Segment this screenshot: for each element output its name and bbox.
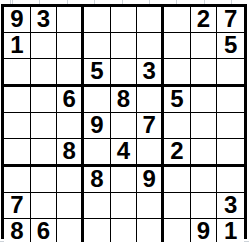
- cell-r2c8[interactable]: [191, 33, 218, 59]
- cell-r6c8[interactable]: [191, 139, 218, 167]
- cell-r5c4[interactable]: 9: [84, 113, 111, 139]
- cell-r5c2[interactable]: [31, 113, 58, 139]
- cell-r6c4[interactable]: [84, 139, 111, 167]
- cell-r9c9[interactable]: 1: [217, 219, 244, 242]
- cell-r3c7[interactable]: [164, 59, 191, 87]
- cell-r1c3[interactable]: [57, 7, 84, 33]
- cell-r3c9[interactable]: [217, 59, 244, 87]
- cell-r2c5[interactable]: [111, 33, 138, 59]
- cell-r2c6[interactable]: [137, 33, 164, 59]
- cell-r1c6[interactable]: [137, 7, 164, 33]
- cell-r6c7[interactable]: 2: [164, 139, 191, 167]
- cell-r2c4[interactable]: [84, 33, 111, 59]
- cell-r5c7[interactable]: [164, 113, 191, 139]
- cell-r5c8[interactable]: [191, 113, 218, 139]
- cell-r4c6[interactable]: [137, 87, 164, 113]
- cell-r9c4[interactable]: [84, 219, 111, 242]
- cell-r9c3[interactable]: [57, 219, 84, 242]
- cell-r4c1[interactable]: [4, 87, 31, 113]
- cell-r5c6[interactable]: 7: [137, 113, 164, 139]
- cell-r4c9[interactable]: [217, 87, 244, 113]
- cell-r5c5[interactable]: [111, 113, 138, 139]
- cell-r7c3[interactable]: [57, 167, 84, 193]
- cell-r6c3[interactable]: 8: [57, 139, 84, 167]
- cell-r8c1[interactable]: 7: [4, 193, 31, 219]
- cell-r8c8[interactable]: [191, 193, 218, 219]
- cell-r3c3[interactable]: [57, 59, 84, 87]
- cell-r1c7[interactable]: [164, 7, 191, 33]
- cell-r7c8[interactable]: [191, 167, 218, 193]
- cell-r3c8[interactable]: [191, 59, 218, 87]
- cell-r4c3[interactable]: 6: [57, 87, 84, 113]
- cell-r3c4[interactable]: 5: [84, 59, 111, 87]
- cell-r7c1[interactable]: [4, 167, 31, 193]
- cell-r6c2[interactable]: [31, 139, 58, 167]
- cell-r6c9[interactable]: [217, 139, 244, 167]
- cell-r7c6[interactable]: 9: [137, 167, 164, 193]
- cell-r2c1[interactable]: 1: [4, 33, 31, 59]
- cell-r6c1[interactable]: [4, 139, 31, 167]
- cell-r5c1[interactable]: [4, 113, 31, 139]
- cell-r6c5[interactable]: 4: [111, 139, 138, 167]
- cell-r2c7[interactable]: [164, 33, 191, 59]
- cell-r5c9[interactable]: [217, 113, 244, 139]
- cell-r2c9[interactable]: 5: [217, 33, 244, 59]
- cell-r4c7[interactable]: 5: [164, 87, 191, 113]
- cell-r7c9[interactable]: [217, 167, 244, 193]
- cell-r1c4[interactable]: [84, 7, 111, 33]
- cell-r3c5[interactable]: [111, 59, 138, 87]
- cell-r9c6[interactable]: [137, 219, 164, 242]
- cell-r1c2[interactable]: 3: [31, 7, 58, 33]
- cell-r8c4[interactable]: [84, 193, 111, 219]
- cell-r4c2[interactable]: [31, 87, 58, 113]
- cell-r8c6[interactable]: [137, 193, 164, 219]
- cell-r4c4[interactable]: [84, 87, 111, 113]
- cell-r3c2[interactable]: [31, 59, 58, 87]
- cell-r2c3[interactable]: [57, 33, 84, 59]
- cell-r1c1[interactable]: 9: [4, 7, 31, 33]
- cell-r8c7[interactable]: [164, 193, 191, 219]
- cell-r3c1[interactable]: [4, 59, 31, 87]
- cell-r9c7[interactable]: [164, 219, 191, 242]
- cell-r7c2[interactable]: [31, 167, 58, 193]
- cell-r8c5[interactable]: [111, 193, 138, 219]
- cell-r1c5[interactable]: [111, 7, 138, 33]
- cell-r9c2[interactable]: 6: [31, 219, 58, 242]
- cell-r5c3[interactable]: [57, 113, 84, 139]
- cell-r7c4[interactable]: 8: [84, 167, 111, 193]
- sudoku-page: 932715536859784289738691: [0, 0, 249, 242]
- cell-r7c7[interactable]: [164, 167, 191, 193]
- cell-r8c2[interactable]: [31, 193, 58, 219]
- cell-r6c6[interactable]: [137, 139, 164, 167]
- cell-r2c2[interactable]: [31, 33, 58, 59]
- cell-r4c8[interactable]: [191, 87, 218, 113]
- cell-r3c6[interactable]: 3: [137, 59, 164, 87]
- cell-r9c8[interactable]: 9: [191, 219, 218, 242]
- cell-r8c3[interactable]: [57, 193, 84, 219]
- cell-r8c9[interactable]: 3: [217, 193, 244, 219]
- cell-r9c5[interactable]: [111, 219, 138, 242]
- sudoku-board: 932715536859784289738691: [1, 4, 247, 239]
- cell-r7c5[interactable]: [111, 167, 138, 193]
- cell-r9c1[interactable]: 8: [4, 219, 31, 242]
- cell-r1c8[interactable]: 2: [191, 7, 218, 33]
- cell-r4c5[interactable]: 8: [111, 87, 138, 113]
- cell-r1c9[interactable]: 7: [217, 7, 244, 33]
